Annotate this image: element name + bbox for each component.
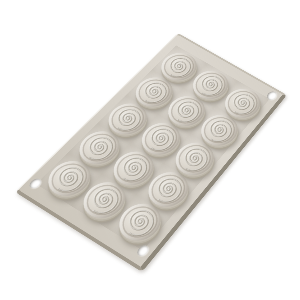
silicone-rose-mold [15,33,287,272]
cavity-grid [36,45,270,250]
product-photo-background [0,0,300,300]
